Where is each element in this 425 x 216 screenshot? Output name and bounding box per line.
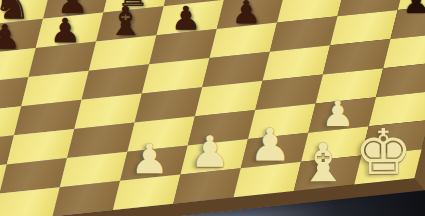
white-pawn-g3: ♟ [321,96,354,131]
black-pawn-b7: ♟ [50,14,81,47]
chess-board: ♞♟♜♚♟♟♝♟♟♟♟♟♟♝♚ [0,0,425,216]
off-board-black-piece: ♟ [403,0,425,18]
square-f1 [234,162,302,197]
black-pawn-a7: ♟ [0,20,21,53]
square-b1 [0,187,60,216]
square-c1 [53,181,121,216]
square-h1: ♚ [354,149,422,184]
square-d1 [113,175,181,210]
square-g1: ♝ [294,155,362,190]
square-e1 [173,168,241,203]
black-pawn-d7: ♟ [171,2,201,34]
chessboard-photo: ♞♟♜♚♟♟♝♟♟♟♟♟♟♝♚ ♟ [0,0,425,216]
